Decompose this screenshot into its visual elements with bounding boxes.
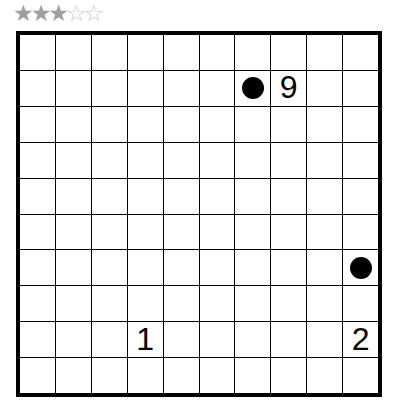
cell-r9c5[interactable] — [164, 322, 199, 357]
cell-r10c4[interactable] — [128, 358, 163, 393]
cell-r9c10[interactable]: 2 — [343, 322, 378, 357]
puzzle-page: ★★★☆☆ 912 — [0, 0, 398, 415]
cell-r3c8[interactable] — [271, 107, 306, 142]
cell-r1c5[interactable] — [164, 35, 199, 70]
cell-r9c4[interactable]: 1 — [128, 322, 163, 357]
cell-r1c6[interactable] — [200, 35, 235, 70]
cell-r4c3[interactable] — [92, 143, 127, 178]
cell-r5c1[interactable] — [20, 179, 55, 214]
cell-r8c2[interactable] — [56, 286, 91, 321]
cell-r4c7[interactable] — [235, 143, 270, 178]
cell-r2c10[interactable] — [343, 71, 378, 106]
cell-r1c9[interactable] — [307, 35, 342, 70]
cell-r7c6[interactable] — [200, 250, 235, 285]
cell-r2c5[interactable] — [164, 71, 199, 106]
cell-r10c8[interactable] — [271, 358, 306, 393]
cell-r8c5[interactable] — [164, 286, 199, 321]
cell-r1c1[interactable] — [20, 35, 55, 70]
cell-r10c2[interactable] — [56, 358, 91, 393]
cell-r8c3[interactable] — [92, 286, 127, 321]
cell-r7c4[interactable] — [128, 250, 163, 285]
cell-r5c4[interactable] — [128, 179, 163, 214]
cell-r8c1[interactable] — [20, 286, 55, 321]
cell-r9c9[interactable] — [307, 322, 342, 357]
cell-r5c5[interactable] — [164, 179, 199, 214]
cell-r10c10[interactable] — [343, 358, 378, 393]
cell-r1c10[interactable] — [343, 35, 378, 70]
cell-r8c6[interactable] — [200, 286, 235, 321]
cell-r4c1[interactable] — [20, 143, 55, 178]
cell-r9c7[interactable] — [235, 322, 270, 357]
cell-r6c8[interactable] — [271, 215, 306, 250]
cell-r2c3[interactable] — [92, 71, 127, 106]
cell-r6c5[interactable] — [164, 215, 199, 250]
cell-r7c7[interactable] — [235, 250, 270, 285]
cell-r6c9[interactable] — [307, 215, 342, 250]
cell-r6c2[interactable] — [56, 215, 91, 250]
cell-r3c9[interactable] — [307, 107, 342, 142]
cell-r5c10[interactable] — [343, 179, 378, 214]
cell-r3c10[interactable] — [343, 107, 378, 142]
cell-r2c4[interactable] — [128, 71, 163, 106]
cell-r6c4[interactable] — [128, 215, 163, 250]
cell-r8c7[interactable] — [235, 286, 270, 321]
cell-r3c3[interactable] — [92, 107, 127, 142]
cell-r5c2[interactable] — [56, 179, 91, 214]
cell-r2c9[interactable] — [307, 71, 342, 106]
cell-r6c1[interactable] — [20, 215, 55, 250]
cell-r5c3[interactable] — [92, 179, 127, 214]
cell-r6c10[interactable] — [343, 215, 378, 250]
cell-r3c6[interactable] — [200, 107, 235, 142]
cell-r4c9[interactable] — [307, 143, 342, 178]
cell-r1c4[interactable] — [128, 35, 163, 70]
cell-r6c6[interactable] — [200, 215, 235, 250]
cell-r8c10[interactable] — [343, 286, 378, 321]
cell-r1c2[interactable] — [56, 35, 91, 70]
cell-r3c4[interactable] — [128, 107, 163, 142]
puzzle-board: 912 — [16, 31, 382, 397]
cell-r5c6[interactable] — [200, 179, 235, 214]
cell-r9c6[interactable] — [200, 322, 235, 357]
cell-r3c2[interactable] — [56, 107, 91, 142]
cell-r5c7[interactable] — [235, 179, 270, 214]
black-circle-given — [350, 257, 372, 279]
cell-r10c9[interactable] — [307, 358, 342, 393]
cell-r3c1[interactable] — [20, 107, 55, 142]
cell-r5c9[interactable] — [307, 179, 342, 214]
cell-r4c2[interactable] — [56, 143, 91, 178]
cell-r10c5[interactable] — [164, 358, 199, 393]
star-filled-icon: ★ — [48, 0, 66, 26]
cell-r2c7[interactable] — [235, 71, 270, 106]
cell-r8c9[interactable] — [307, 286, 342, 321]
cell-r9c1[interactable] — [20, 322, 55, 357]
star-empty-icon: ☆ — [84, 0, 102, 26]
cell-r2c8[interactable]: 9 — [271, 71, 306, 106]
star-empty-icon: ☆ — [66, 0, 84, 26]
cell-r2c1[interactable] — [20, 71, 55, 106]
number-clue: 1 — [136, 323, 154, 355]
cell-r1c3[interactable] — [92, 35, 127, 70]
cell-r10c7[interactable] — [235, 358, 270, 393]
cell-r1c7[interactable] — [235, 35, 270, 70]
cell-r6c3[interactable] — [92, 215, 127, 250]
cell-r3c7[interactable] — [235, 107, 270, 142]
cell-r10c6[interactable] — [200, 358, 235, 393]
cell-r10c1[interactable] — [20, 358, 55, 393]
cell-r9c3[interactable] — [92, 322, 127, 357]
cell-r7c8[interactable] — [271, 250, 306, 285]
cell-r4c6[interactable] — [200, 143, 235, 178]
cell-r4c4[interactable] — [128, 143, 163, 178]
difficulty-rating: ★★★☆☆ — [13, 0, 101, 26]
black-circle-given — [242, 77, 264, 99]
cell-r8c8[interactable] — [271, 286, 306, 321]
cell-r8c4[interactable] — [128, 286, 163, 321]
cell-r1c8[interactable] — [271, 35, 306, 70]
cell-r7c2[interactable] — [56, 250, 91, 285]
cell-r5c8[interactable] — [271, 179, 306, 214]
cell-r7c1[interactable] — [20, 250, 55, 285]
cell-r4c5[interactable] — [164, 143, 199, 178]
cell-r10c3[interactable] — [92, 358, 127, 393]
cell-r7c10[interactable] — [343, 250, 378, 285]
cell-r2c6[interactable] — [200, 71, 235, 106]
cell-r9c2[interactable] — [56, 322, 91, 357]
cell-r9c8[interactable] — [271, 322, 306, 357]
cell-r2c2[interactable] — [56, 71, 91, 106]
cell-r4c8[interactable] — [271, 143, 306, 178]
star-filled-icon: ★ — [13, 0, 31, 26]
cell-r7c3[interactable] — [92, 250, 127, 285]
number-clue: 2 — [352, 323, 370, 355]
cell-r7c9[interactable] — [307, 250, 342, 285]
cell-r6c7[interactable] — [235, 215, 270, 250]
cell-r3c5[interactable] — [164, 107, 199, 142]
number-clue: 9 — [280, 71, 298, 103]
cell-r4c10[interactable] — [343, 143, 378, 178]
star-filled-icon: ★ — [31, 0, 49, 26]
cell-r7c5[interactable] — [164, 250, 199, 285]
